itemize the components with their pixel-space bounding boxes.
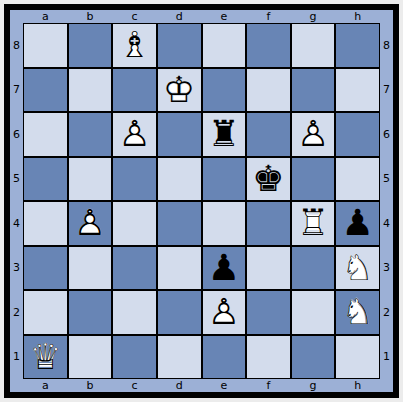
file-label-f: f <box>246 10 291 23</box>
board-frame: abcdefgh 87654321 ♝♗♚♔♟♙♜♟♙♚♟♙♜♖♟♟♞♘♟♙♞♘… <box>4 4 399 398</box>
corner-top-left <box>10 10 23 23</box>
square-b8[interactable] <box>69 24 112 67</box>
square-g6[interactable]: ♟♙ <box>292 113 335 156</box>
square-b4[interactable]: ♟♙ <box>69 202 112 245</box>
square-e4[interactable] <box>203 202 246 245</box>
square-c8[interactable]: ♝♗ <box>113 24 156 67</box>
square-b1[interactable] <box>69 336 112 379</box>
square-a5[interactable] <box>24 158 67 201</box>
square-d2[interactable] <box>158 291 201 334</box>
piece-white-knight: ♞♘ <box>336 247 379 290</box>
square-c1[interactable] <box>113 336 156 379</box>
chess-diagram: abcdefgh 87654321 ♝♗♚♔♟♙♜♟♙♚♟♙♜♖♟♟♞♘♟♙♞♘… <box>0 0 403 402</box>
square-e1[interactable] <box>203 336 246 379</box>
square-a7[interactable] <box>24 69 67 112</box>
file-label-c: c <box>112 379 157 392</box>
square-a1[interactable]: ♛♕ <box>24 336 67 379</box>
square-b2[interactable] <box>69 291 112 334</box>
square-b3[interactable] <box>69 247 112 290</box>
piece-black-rook: ♜ <box>203 113 246 156</box>
piece-white-pawn: ♟♙ <box>113 113 156 156</box>
rank-label-6: 6 <box>10 112 23 157</box>
square-g7[interactable] <box>292 69 335 112</box>
square-e5[interactable] <box>203 158 246 201</box>
file-label-e: e <box>202 10 247 23</box>
rank-label-7: 7 <box>380 68 393 113</box>
square-a4[interactable] <box>24 202 67 245</box>
file-label-b: b <box>68 10 113 23</box>
piece-white-pawn: ♟♙ <box>203 291 246 334</box>
square-c4[interactable] <box>113 202 156 245</box>
square-f7[interactable] <box>247 69 290 112</box>
square-g1[interactable] <box>292 336 335 379</box>
square-e2[interactable]: ♟♙ <box>203 291 246 334</box>
square-b6[interactable] <box>69 113 112 156</box>
rank-label-4: 4 <box>380 201 393 246</box>
file-label-b: b <box>68 379 113 392</box>
square-g2[interactable] <box>292 291 335 334</box>
corner-bottom-right <box>380 379 393 392</box>
rank-label-3: 3 <box>10 246 23 291</box>
square-f2[interactable] <box>247 291 290 334</box>
square-h2[interactable]: ♞♘ <box>336 291 379 334</box>
square-d5[interactable] <box>158 158 201 201</box>
square-h1[interactable] <box>336 336 379 379</box>
rank-label-4: 4 <box>10 201 23 246</box>
file-labels-bottom: abcdefgh <box>23 379 380 392</box>
file-label-c: c <box>112 10 157 23</box>
rank-label-5: 5 <box>10 157 23 202</box>
rank-label-2: 2 <box>380 290 393 335</box>
square-f6[interactable] <box>247 113 290 156</box>
square-b7[interactable] <box>69 69 112 112</box>
piece-white-pawn: ♟♙ <box>292 113 335 156</box>
rank-labels-left: 87654321 <box>10 23 23 379</box>
square-c7[interactable] <box>113 69 156 112</box>
file-label-a: a <box>23 10 68 23</box>
square-f4[interactable] <box>247 202 290 245</box>
rank-label-8: 8 <box>10 23 23 68</box>
square-a8[interactable] <box>24 24 67 67</box>
square-h4[interactable]: ♟ <box>336 202 379 245</box>
square-g3[interactable] <box>292 247 335 290</box>
square-c6[interactable]: ♟♙ <box>113 113 156 156</box>
square-h6[interactable] <box>336 113 379 156</box>
square-f1[interactable] <box>247 336 290 379</box>
rank-label-8: 8 <box>380 23 393 68</box>
file-label-g: g <box>291 379 336 392</box>
square-a6[interactable] <box>24 113 67 156</box>
rank-label-2: 2 <box>10 290 23 335</box>
piece-white-king: ♚♔ <box>158 69 201 112</box>
square-f5[interactable]: ♚ <box>247 158 290 201</box>
square-h5[interactable] <box>336 158 379 201</box>
rank-label-5: 5 <box>380 157 393 202</box>
square-e8[interactable] <box>203 24 246 67</box>
square-e3[interactable]: ♟ <box>203 247 246 290</box>
piece-white-queen: ♛♕ <box>24 336 67 379</box>
file-label-d: d <box>157 10 202 23</box>
piece-white-rook: ♜♖ <box>292 202 335 245</box>
square-e6[interactable]: ♜ <box>203 113 246 156</box>
square-d1[interactable] <box>158 336 201 379</box>
square-d7[interactable]: ♚♔ <box>158 69 201 112</box>
square-d8[interactable] <box>158 24 201 67</box>
square-h3[interactable]: ♞♘ <box>336 247 379 290</box>
file-label-h: h <box>335 379 380 392</box>
piece-white-pawn: ♟♙ <box>69 202 112 245</box>
square-e7[interactable] <box>203 69 246 112</box>
square-c2[interactable] <box>113 291 156 334</box>
square-f3[interactable] <box>247 247 290 290</box>
piece-black-king: ♚ <box>247 158 290 201</box>
file-labels-top: abcdefgh <box>23 10 380 23</box>
square-c5[interactable] <box>113 158 156 201</box>
square-g5[interactable] <box>292 158 335 201</box>
rank-label-1: 1 <box>380 335 393 380</box>
square-c3[interactable] <box>113 247 156 290</box>
corner-top-right <box>380 10 393 23</box>
square-h8[interactable] <box>336 24 379 67</box>
file-label-d: d <box>157 379 202 392</box>
square-b5[interactable] <box>69 158 112 201</box>
rank-label-1: 1 <box>10 335 23 380</box>
piece-white-knight: ♞♘ <box>336 291 379 334</box>
coordinate-frame: abcdefgh 87654321 ♝♗♚♔♟♙♜♟♙♚♟♙♜♖♟♟♞♘♟♙♞♘… <box>10 10 393 392</box>
file-label-f: f <box>246 379 291 392</box>
piece-white-bishop: ♝♗ <box>113 24 156 67</box>
square-g8[interactable] <box>292 24 335 67</box>
corner-bottom-left <box>10 379 23 392</box>
file-label-a: a <box>23 379 68 392</box>
square-g4[interactable]: ♜♖ <box>292 202 335 245</box>
square-d3[interactable] <box>158 247 201 290</box>
square-a3[interactable] <box>24 247 67 290</box>
square-h7[interactable] <box>336 69 379 112</box>
piece-black-pawn: ♟ <box>336 202 379 245</box>
square-d4[interactable] <box>158 202 201 245</box>
rank-labels-right: 87654321 <box>380 23 393 379</box>
rank-label-3: 3 <box>380 246 393 291</box>
square-d6[interactable] <box>158 113 201 156</box>
square-a2[interactable] <box>24 291 67 334</box>
rank-label-7: 7 <box>10 68 23 113</box>
file-label-h: h <box>335 10 380 23</box>
chess-board: ♝♗♚♔♟♙♜♟♙♚♟♙♜♖♟♟♞♘♟♙♞♘♛♕ <box>23 23 380 379</box>
piece-black-pawn: ♟ <box>203 247 246 290</box>
file-label-g: g <box>291 10 336 23</box>
file-label-e: e <box>202 379 247 392</box>
rank-label-6: 6 <box>380 112 393 157</box>
square-f8[interactable] <box>247 24 290 67</box>
